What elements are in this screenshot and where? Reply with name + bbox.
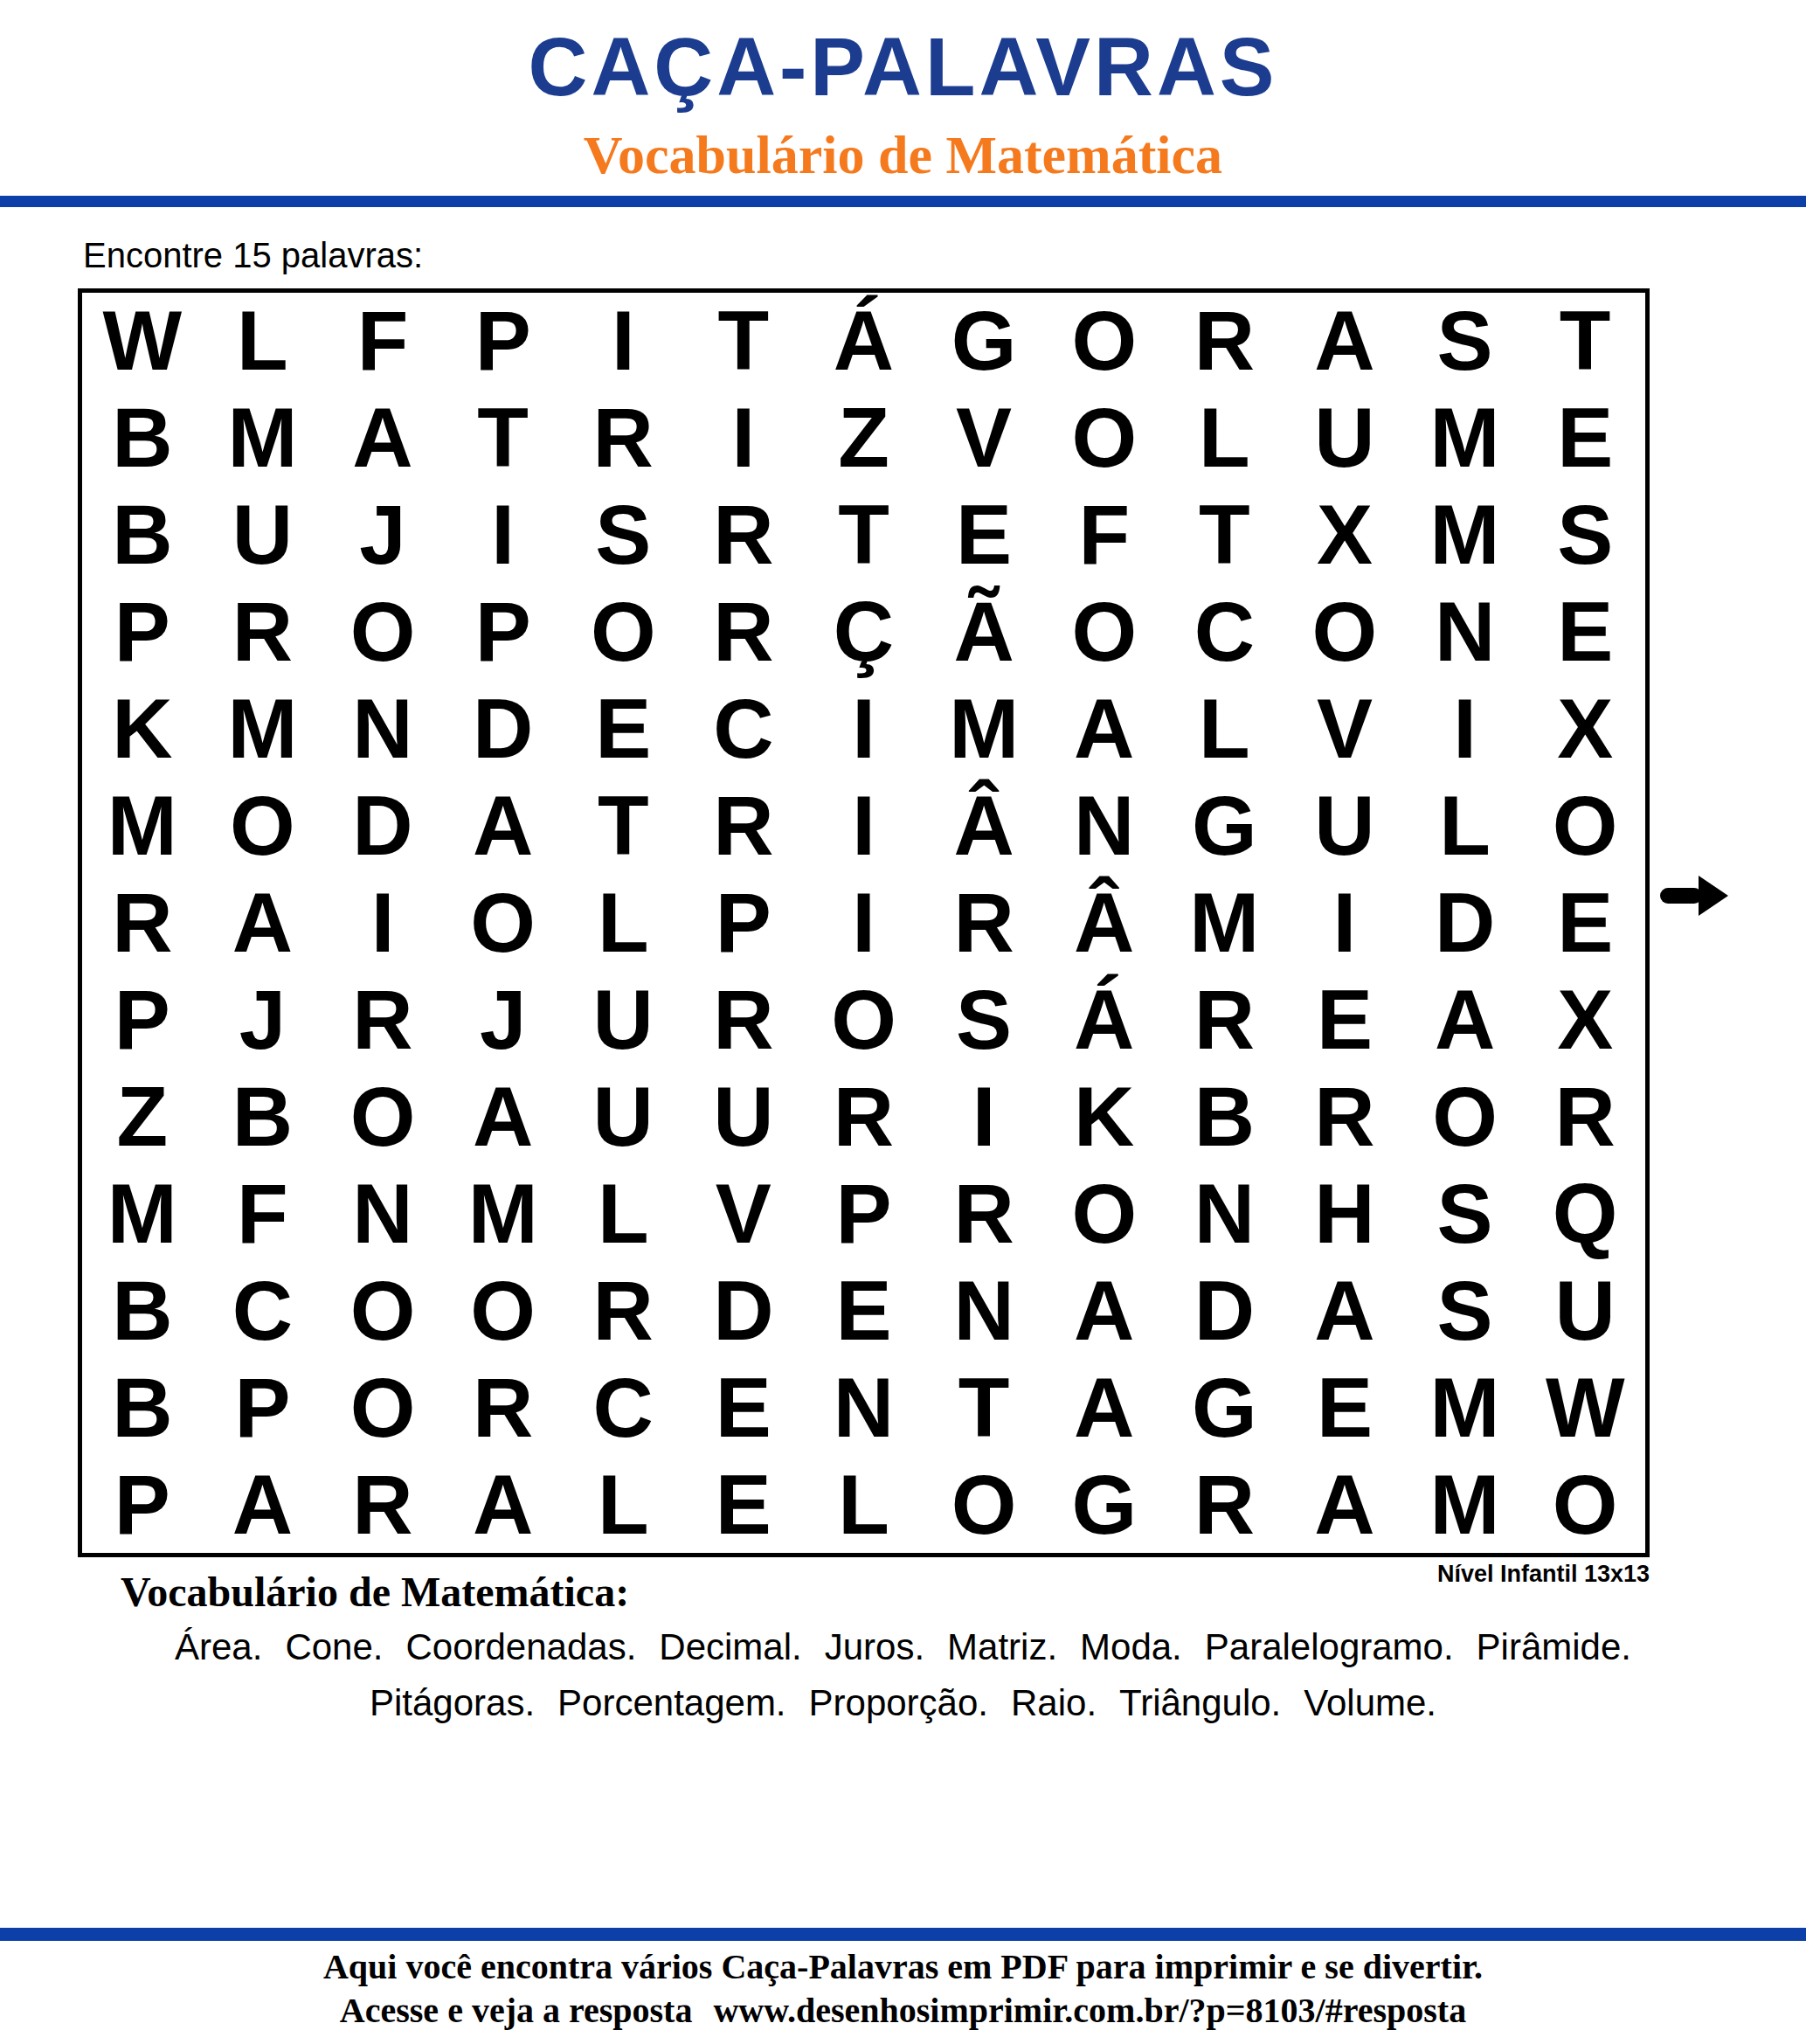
grid-cell[interactable]: R xyxy=(683,778,804,875)
grid-cell[interactable]: R xyxy=(683,971,804,1068)
grid-cell[interactable]: L xyxy=(563,1456,683,1553)
grid-cell[interactable]: S xyxy=(1405,293,1526,390)
grid-cell[interactable]: A xyxy=(203,875,323,972)
grid-cell[interactable]: O xyxy=(1284,584,1405,681)
grid-cell[interactable]: J xyxy=(443,971,564,1068)
grid-cell[interactable]: M xyxy=(1165,875,1285,972)
grid-cell[interactable]: R xyxy=(924,875,1044,972)
grid-cell[interactable]: V xyxy=(683,1165,804,1262)
grid-cell[interactable]: D xyxy=(1405,875,1526,972)
grid-cell[interactable]: R xyxy=(804,1068,924,1165)
grid-cell[interactable]: L xyxy=(203,293,323,390)
word-list-item: Área. xyxy=(175,1627,262,1667)
vocabulary-heading: Vocabulário de Matemática: xyxy=(121,1571,629,1613)
footer-url: www.desenhosimprimir.com.br/?p=8103/#res… xyxy=(713,1991,1466,2031)
grid-cell[interactable]: I xyxy=(1284,875,1405,972)
footer-line-1: Aqui você encontra vários Caça-Palavras … xyxy=(0,1947,1806,1987)
grid-cell[interactable]: A xyxy=(1405,971,1526,1068)
grid-cell[interactable]: N xyxy=(322,681,443,778)
grid-cell[interactable]: E xyxy=(804,1262,924,1359)
top-divider-bar xyxy=(0,196,1806,207)
puzzle-page: CAÇA-PALAVRAS Vocabulário de Matemática … xyxy=(0,0,1806,2044)
grid-cell[interactable]: T xyxy=(683,293,804,390)
grid-cell[interactable]: X xyxy=(1525,681,1645,778)
grid-cell[interactable]: Ã xyxy=(924,584,1044,681)
word-list-item: Cone. xyxy=(285,1627,383,1667)
grid-cell[interactable]: F xyxy=(322,293,443,390)
grid-cell[interactable]: A xyxy=(1044,1262,1165,1359)
word-list-item: Triângulo. xyxy=(1119,1683,1281,1723)
grid-cell[interactable]: G xyxy=(1165,778,1285,875)
grid-cell[interactable]: A xyxy=(1044,1359,1165,1456)
grid-cell[interactable]: K xyxy=(1044,1068,1165,1165)
grid-cell[interactable]: J xyxy=(203,971,323,1068)
footer-divider-bar xyxy=(0,1928,1806,1941)
grid-cell[interactable]: I xyxy=(322,875,443,972)
grid-cell[interactable]: O xyxy=(563,584,683,681)
grid-cell[interactable]: M xyxy=(203,681,323,778)
grid-cell[interactable]: E xyxy=(563,681,683,778)
grid-cell[interactable]: I xyxy=(804,681,924,778)
grid-cell[interactable]: X xyxy=(1284,487,1405,584)
grid-cell[interactable]: W xyxy=(1525,1359,1645,1456)
grid-cell[interactable]: C xyxy=(203,1262,323,1359)
grid-cell[interactable]: T xyxy=(443,390,564,487)
page-subtitle: Vocabulário de Matemática xyxy=(0,128,1806,182)
grid-cell[interactable]: P xyxy=(804,1165,924,1262)
grid-cell[interactable]: U xyxy=(1284,390,1405,487)
grid-cell[interactable]: E xyxy=(924,487,1044,584)
grid-cell[interactable]: V xyxy=(1284,681,1405,778)
grid-cell[interactable]: N xyxy=(1044,778,1165,875)
grid-cell[interactable]: V xyxy=(924,390,1044,487)
grid-cell[interactable]: A xyxy=(443,1068,564,1165)
grid-cell[interactable]: I xyxy=(1405,681,1526,778)
word-list-item: Juros. xyxy=(825,1627,924,1667)
grid-cell[interactable]: N xyxy=(1405,584,1526,681)
grid-cell[interactable]: O xyxy=(1044,584,1165,681)
grid-cell[interactable]: F xyxy=(1044,487,1165,584)
grid-cell[interactable]: I xyxy=(924,1068,1044,1165)
grid-cell[interactable]: E xyxy=(683,1456,804,1553)
grid-cell[interactable]: W xyxy=(82,293,203,390)
grid-cell[interactable]: U xyxy=(203,487,323,584)
grid-cell[interactable]: E xyxy=(1284,1359,1405,1456)
grid-cell[interactable]: O xyxy=(322,1068,443,1165)
grid-cell[interactable]: R xyxy=(924,1165,1044,1262)
grid-cell[interactable]: O xyxy=(1044,293,1165,390)
grid-cell[interactable]: R xyxy=(1284,1068,1405,1165)
grid-cell[interactable]: O xyxy=(322,584,443,681)
grid-cell[interactable]: R xyxy=(203,584,323,681)
grid-cell[interactable]: C xyxy=(1165,584,1285,681)
grid-cell[interactable]: Z xyxy=(82,1068,203,1165)
grid-cell[interactable]: J xyxy=(322,487,443,584)
grid-cell[interactable]: T xyxy=(924,1359,1044,1456)
grid-cell[interactable]: O xyxy=(924,1456,1044,1553)
grid-cell[interactable]: A xyxy=(322,390,443,487)
grid-cell[interactable]: M xyxy=(443,1165,564,1262)
grid-cell[interactable]: I xyxy=(804,875,924,972)
grid-cell[interactable]: R xyxy=(1165,293,1285,390)
grid-cell[interactable]: U xyxy=(683,1068,804,1165)
grid-cell[interactable]: L xyxy=(804,1456,924,1553)
grid-cell[interactable]: P xyxy=(443,584,564,681)
grid-cell[interactable]: E xyxy=(683,1359,804,1456)
grid-cell[interactable]: O xyxy=(804,971,924,1068)
grid-cell[interactable]: B xyxy=(1165,1068,1285,1165)
grid-cell[interactable]: G xyxy=(1044,1456,1165,1553)
grid-cell[interactable]: E xyxy=(1525,390,1645,487)
word-list-item: Paralelogramo. xyxy=(1205,1627,1454,1667)
grid-cell[interactable]: C xyxy=(683,681,804,778)
grid-cell[interactable]: U xyxy=(563,1068,683,1165)
grid-cell[interactable]: R xyxy=(1525,1068,1645,1165)
grid-cell[interactable]: P xyxy=(203,1359,323,1456)
grid-cell[interactable]: K xyxy=(82,681,203,778)
word-list-item: Raio. xyxy=(1011,1683,1097,1723)
grid-cell[interactable]: E xyxy=(1525,875,1645,972)
grid-cell[interactable]: R xyxy=(322,971,443,1068)
grid-cell[interactable]: O xyxy=(322,1359,443,1456)
grid-cell[interactable]: O xyxy=(1044,1165,1165,1262)
word-list-item: Volume. xyxy=(1304,1683,1436,1723)
grid-cell[interactable]: S xyxy=(1525,487,1645,584)
grid-cell[interactable]: A xyxy=(1284,1456,1405,1553)
word-list-item: Decimal. xyxy=(659,1627,801,1667)
grid-cell[interactable]: R xyxy=(563,1262,683,1359)
grid-cell[interactable]: P xyxy=(82,584,203,681)
grid-cell[interactable]: U xyxy=(1525,1262,1645,1359)
grid-cell[interactable]: O xyxy=(1044,390,1165,487)
grid-cell[interactable]: O xyxy=(1525,778,1645,875)
footer-line-2-prefix: Acesse e veja a resposta xyxy=(340,1991,693,2031)
grid-cell[interactable]: T xyxy=(1525,293,1645,390)
grid-cell[interactable]: R xyxy=(1165,1456,1285,1553)
grid-cell[interactable]: Á xyxy=(804,293,924,390)
grid-cell[interactable]: A xyxy=(443,778,564,875)
grid-cell[interactable]: B xyxy=(82,1359,203,1456)
footer-line-2: Acesse e veja a resposta www.desenhosimp… xyxy=(0,1991,1806,2031)
grid-cell[interactable]: R xyxy=(563,390,683,487)
word-list-line-1: Área.Cone.Coordenadas.Decimal.Juros.Matr… xyxy=(0,1627,1806,1667)
grid-cell[interactable]: M xyxy=(203,390,323,487)
grid-cell[interactable]: L xyxy=(563,875,683,972)
grid-cell[interactable]: C xyxy=(563,1359,683,1456)
grid-cell[interactable]: O xyxy=(203,778,323,875)
word-list-item: Moda. xyxy=(1080,1627,1182,1667)
grid-cell[interactable]: B xyxy=(82,1262,203,1359)
word-list-item: Pitágoras. xyxy=(370,1683,535,1723)
grid-cell[interactable]: H xyxy=(1284,1165,1405,1262)
grid-cell[interactable]: M xyxy=(924,681,1044,778)
grid-cell[interactable]: L xyxy=(563,1165,683,1262)
grid-cell[interactable]: L xyxy=(1165,390,1285,487)
grid-cell[interactable]: Â xyxy=(924,778,1044,875)
grid-cell[interactable]: G xyxy=(924,293,1044,390)
grid-cell[interactable]: S xyxy=(1405,1165,1526,1262)
grid-cell[interactable]: D xyxy=(683,1262,804,1359)
grid-cell[interactable]: E xyxy=(1284,971,1405,1068)
word-list-item: Porcentagem. xyxy=(557,1683,785,1723)
grid-cell[interactable]: Ç xyxy=(804,584,924,681)
grid-cell[interactable]: R xyxy=(1165,971,1285,1068)
grid-cell[interactable]: D xyxy=(322,778,443,875)
grid-cell[interactable]: R xyxy=(322,1456,443,1553)
grid-cell[interactable]: E xyxy=(1525,584,1645,681)
grid-cell[interactable]: Z xyxy=(804,390,924,487)
grid-cell[interactable]: P xyxy=(443,293,564,390)
grid-cell[interactable]: R xyxy=(683,487,804,584)
grid-cell[interactable]: X xyxy=(1525,971,1645,1068)
grid-cell[interactable]: P xyxy=(683,875,804,972)
grid-cell[interactable]: P xyxy=(82,971,203,1068)
grid-cell[interactable]: I xyxy=(443,487,564,584)
grid-cell[interactable]: L xyxy=(1405,778,1526,875)
grid-cell[interactable]: R xyxy=(82,875,203,972)
grid-cell[interactable]: L xyxy=(1165,681,1285,778)
grid-cell[interactable]: A xyxy=(1284,1262,1405,1359)
page-title: CAÇA-PALAVRAS xyxy=(0,26,1806,108)
grid-cell[interactable]: M xyxy=(1405,1359,1526,1456)
word-list-item: Pirâmide. xyxy=(1477,1627,1631,1667)
grid-cell[interactable]: O xyxy=(322,1262,443,1359)
grid-cell[interactable]: P xyxy=(82,1456,203,1553)
grid-cell[interactable]: I xyxy=(683,390,804,487)
grid-cell[interactable]: D xyxy=(443,681,564,778)
word-list-line-2: Pitágoras.Porcentagem.Proporção.Raio.Tri… xyxy=(0,1683,1806,1723)
grid-cell[interactable]: O xyxy=(1525,1456,1645,1553)
grid-cell[interactable]: T xyxy=(804,487,924,584)
word-list-item: Coordenadas. xyxy=(405,1627,636,1667)
instruction-label: Encontre 15 palavras: xyxy=(83,236,423,274)
grid-cell[interactable]: I xyxy=(804,778,924,875)
grid-cell[interactable]: M xyxy=(82,1165,203,1262)
grid-cell[interactable]: U xyxy=(1284,778,1405,875)
word-list-item: Matriz. xyxy=(947,1627,1057,1667)
right-arrow-icon xyxy=(1658,874,1730,918)
grid-cell[interactable]: A xyxy=(443,1456,564,1553)
grid-cell[interactable]: S xyxy=(1405,1262,1526,1359)
grid-cell[interactable]: D xyxy=(1165,1262,1285,1359)
grid-cell[interactable]: R xyxy=(443,1359,564,1456)
grid-cell[interactable]: N xyxy=(924,1262,1044,1359)
grid-cell[interactable]: I xyxy=(563,293,683,390)
grid-cell[interactable]: Q xyxy=(1525,1165,1645,1262)
grid-cell[interactable]: Á xyxy=(1044,971,1165,1068)
grid-cell[interactable]: S xyxy=(924,971,1044,1068)
grid-cell[interactable]: M xyxy=(1405,390,1526,487)
grid-cell[interactable]: N xyxy=(322,1165,443,1262)
grid-cell[interactable]: O xyxy=(443,875,564,972)
grid-cell[interactable]: M xyxy=(1405,487,1526,584)
grid-cell[interactable]: S xyxy=(563,487,683,584)
grid-cell[interactable]: O xyxy=(1405,1068,1526,1165)
grid-cell[interactable]: T xyxy=(563,778,683,875)
grid-cell[interactable]: A xyxy=(203,1456,323,1553)
word-list-item: Proporção. xyxy=(809,1683,988,1723)
word-search-grid: WLFPITÁGORASTBMATRIZVOLUMEBUJISRTEFTXMSP… xyxy=(78,288,1650,1557)
grid-cell[interactable]: B xyxy=(203,1068,323,1165)
grid-cell[interactable]: A xyxy=(1284,293,1405,390)
grid-cell[interactable]: B xyxy=(82,390,203,487)
grid-cell[interactable]: Â xyxy=(1044,875,1165,972)
grid-cell[interactable]: G xyxy=(1165,1359,1285,1456)
grid-cell[interactable]: M xyxy=(82,778,203,875)
grid-cell[interactable]: T xyxy=(1165,487,1285,584)
grid-cell[interactable]: N xyxy=(804,1359,924,1456)
grid-cell[interactable]: O xyxy=(443,1262,564,1359)
grid-cell[interactable]: B xyxy=(82,487,203,584)
grid-cell[interactable]: N xyxy=(1165,1165,1285,1262)
grid-cell[interactable]: F xyxy=(203,1165,323,1262)
grid-cell[interactable]: M xyxy=(1405,1456,1526,1553)
grid-cell[interactable]: A xyxy=(1044,681,1165,778)
grid-cell[interactable]: U xyxy=(563,971,683,1068)
grid-cell[interactable]: R xyxy=(683,584,804,681)
